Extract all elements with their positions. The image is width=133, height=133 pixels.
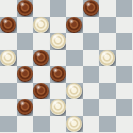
- square-b7[interactable]: [17, 17, 34, 34]
- square-g4[interactable]: [99, 66, 116, 83]
- square-a8[interactable]: [0, 0, 17, 17]
- square-c2[interactable]: [33, 99, 50, 116]
- square-b2[interactable]: [17, 99, 34, 116]
- square-f6[interactable]: [83, 33, 100, 50]
- square-e3[interactable]: [66, 83, 83, 100]
- square-h8[interactable]: [116, 0, 133, 17]
- square-f4[interactable]: [83, 66, 100, 83]
- square-c4[interactable]: [33, 66, 50, 83]
- brown-man-piece[interactable]: [17, 0, 33, 16]
- square-f7[interactable]: [83, 17, 100, 34]
- brown-man-piece[interactable]: [33, 83, 49, 99]
- square-e5[interactable]: [66, 50, 83, 67]
- square-c6[interactable]: [33, 33, 50, 50]
- square-f2[interactable]: [83, 99, 100, 116]
- square-h3[interactable]: [116, 83, 133, 100]
- brown-man-piece[interactable]: [33, 50, 49, 66]
- square-h5[interactable]: [116, 50, 133, 67]
- square-g8[interactable]: [99, 0, 116, 17]
- square-e4[interactable]: [66, 66, 83, 83]
- square-b3[interactable]: [17, 83, 34, 100]
- checkers-board: [0, 0, 132, 132]
- brown-man-piece[interactable]: [0, 17, 16, 33]
- square-h4[interactable]: [116, 66, 133, 83]
- square-c1[interactable]: [33, 116, 50, 133]
- square-g1[interactable]: [99, 116, 116, 133]
- square-g5[interactable]: [99, 50, 116, 67]
- square-c3[interactable]: [33, 83, 50, 100]
- square-f1[interactable]: [83, 116, 100, 133]
- square-d7[interactable]: [50, 17, 67, 34]
- square-d1[interactable]: [50, 116, 67, 133]
- square-b5[interactable]: [17, 50, 34, 67]
- square-f5[interactable]: [83, 50, 100, 67]
- square-a5[interactable]: [0, 50, 17, 67]
- square-c7[interactable]: [33, 17, 50, 34]
- brown-man-piece[interactable]: [50, 66, 66, 82]
- square-a3[interactable]: [0, 83, 17, 100]
- ivory-man-piece[interactable]: [0, 50, 16, 66]
- square-e2[interactable]: [66, 99, 83, 116]
- ivory-man-piece[interactable]: [50, 99, 66, 115]
- square-d8[interactable]: [50, 0, 67, 17]
- square-a6[interactable]: [0, 33, 17, 50]
- brown-man-piece[interactable]: [17, 99, 33, 115]
- square-b4[interactable]: [17, 66, 34, 83]
- square-e1[interactable]: [66, 116, 83, 133]
- square-d6[interactable]: [50, 33, 67, 50]
- square-h1[interactable]: [116, 116, 133, 133]
- square-e6[interactable]: [66, 33, 83, 50]
- square-b6[interactable]: [17, 33, 34, 50]
- square-b8[interactable]: [17, 0, 34, 17]
- square-d5[interactable]: [50, 50, 67, 67]
- square-d4[interactable]: [50, 66, 67, 83]
- square-b1[interactable]: [17, 116, 34, 133]
- square-e7[interactable]: [66, 17, 83, 34]
- square-e8[interactable]: [66, 0, 83, 17]
- brown-man-piece[interactable]: [66, 17, 82, 33]
- ivory-man-piece[interactable]: [66, 116, 82, 132]
- square-a2[interactable]: [0, 99, 17, 116]
- square-f8[interactable]: [83, 0, 100, 17]
- ivory-man-piece[interactable]: [99, 50, 115, 66]
- square-c8[interactable]: [33, 0, 50, 17]
- square-h2[interactable]: [116, 99, 133, 116]
- square-h6[interactable]: [116, 33, 133, 50]
- square-g3[interactable]: [99, 83, 116, 100]
- square-g2[interactable]: [99, 99, 116, 116]
- ivory-man-piece[interactable]: [50, 33, 66, 49]
- brown-man-piece[interactable]: [17, 66, 33, 82]
- brown-man-piece[interactable]: [83, 0, 99, 16]
- ivory-man-piece[interactable]: [33, 17, 49, 33]
- square-a4[interactable]: [0, 66, 17, 83]
- square-d2[interactable]: [50, 99, 67, 116]
- square-d3[interactable]: [50, 83, 67, 100]
- square-h7[interactable]: [116, 17, 133, 34]
- ivory-man-piece[interactable]: [66, 83, 82, 99]
- square-g7[interactable]: [99, 17, 116, 34]
- square-a7[interactable]: [0, 17, 17, 34]
- square-a1[interactable]: [0, 116, 17, 133]
- square-g6[interactable]: [99, 33, 116, 50]
- square-f3[interactable]: [83, 83, 100, 100]
- square-c5[interactable]: [33, 50, 50, 67]
